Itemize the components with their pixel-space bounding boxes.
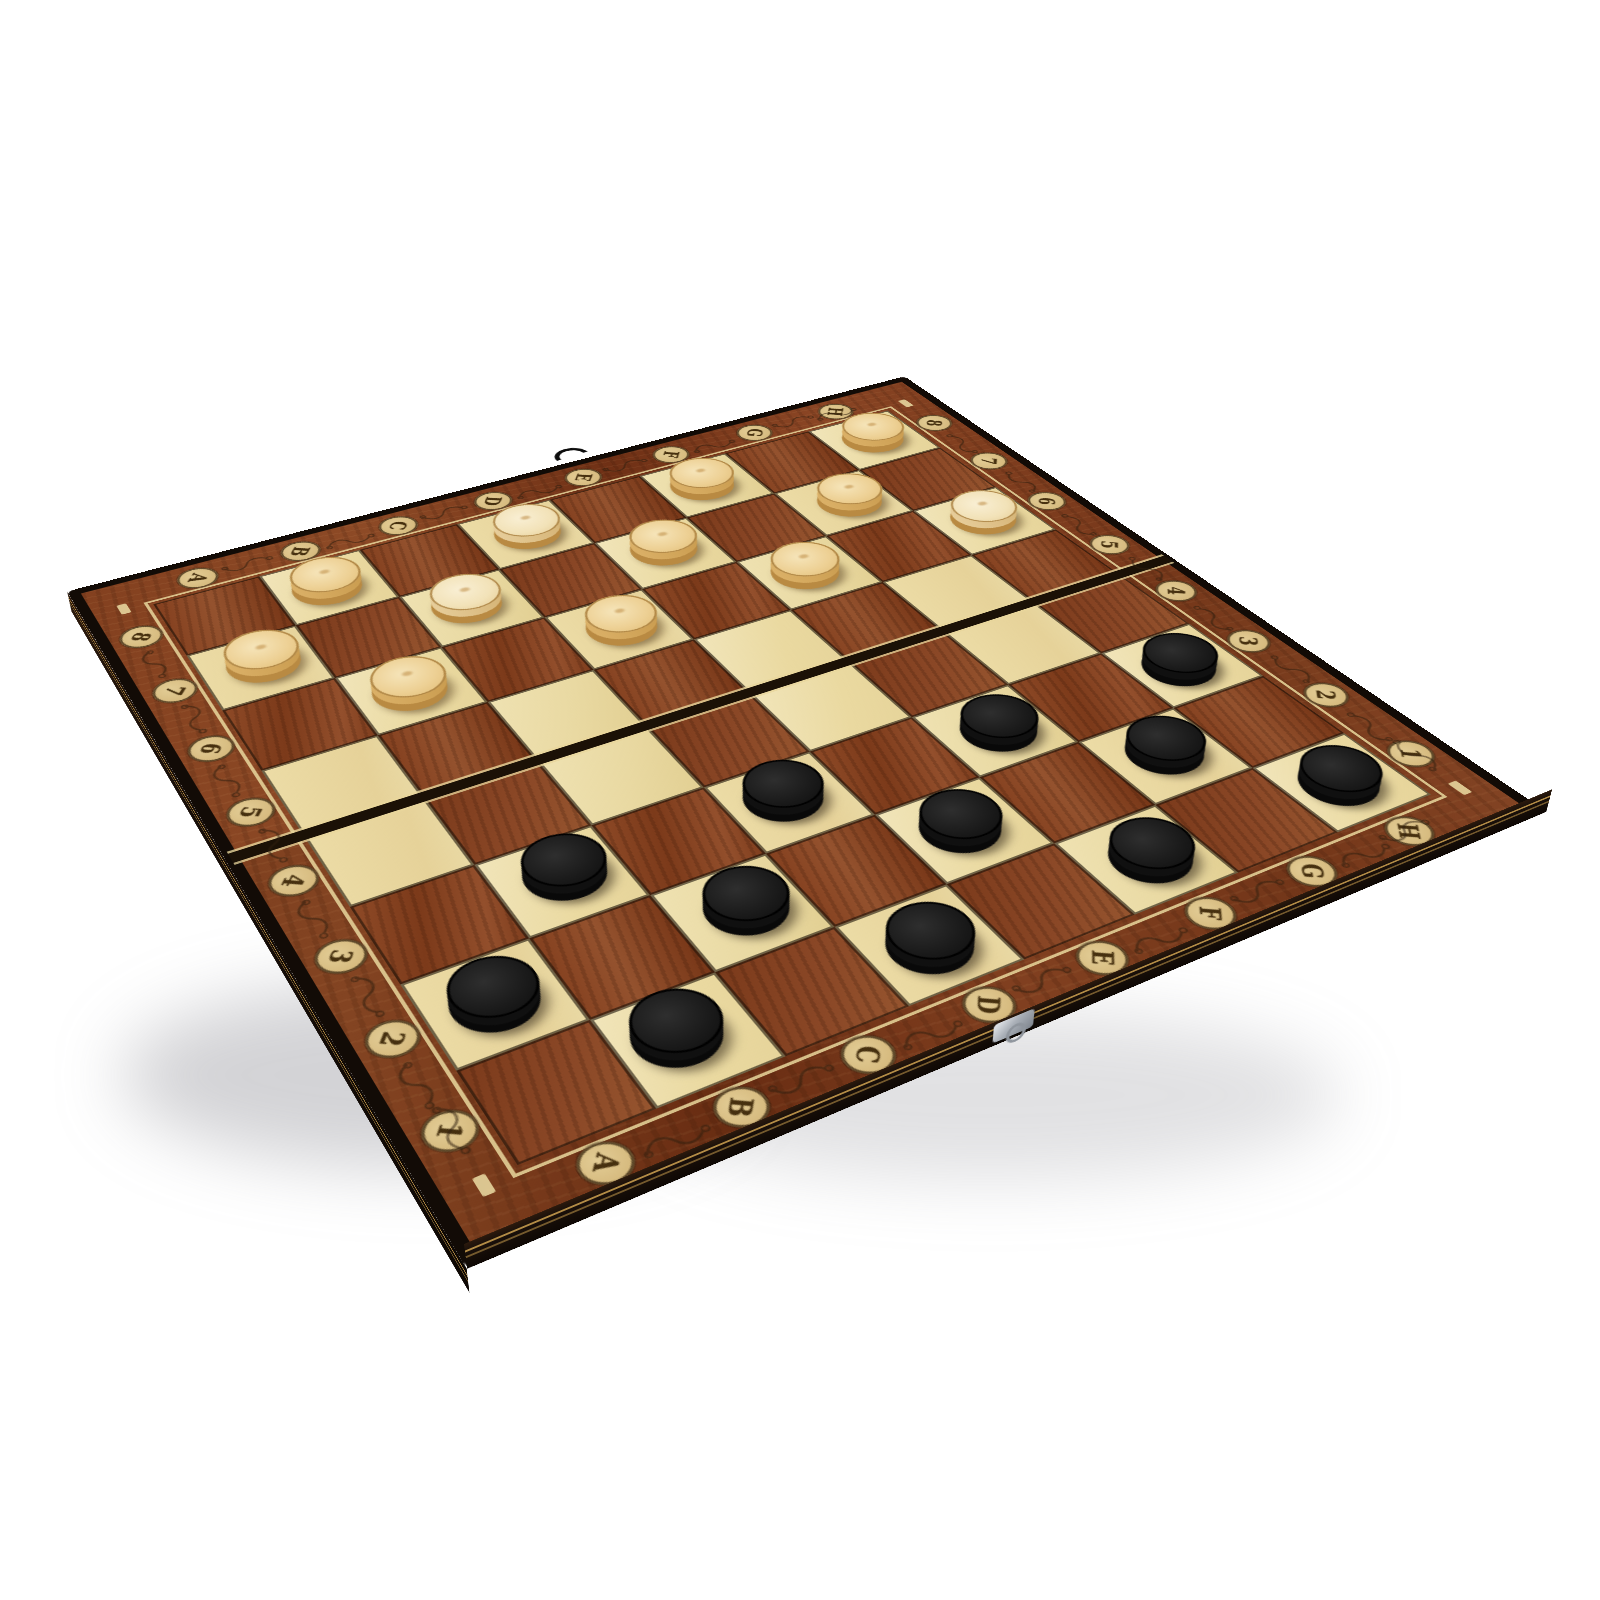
rank-label-right-7-glyph: 7 — [976, 457, 1001, 465]
file-label-top-f-glyph: F — [657, 450, 683, 458]
file-label-top-b-glyph: B — [285, 546, 316, 557]
file-label-top-c-glyph: C — [384, 520, 414, 530]
rank-label-left-7-glyph: 7 — [157, 685, 191, 696]
product-photo-scene: AABBCCDDEEFFGGHH1122334455667788 — [0, 0, 1600, 1600]
rank-label-right-8-glyph: 8 — [922, 419, 946, 426]
file-label-top-g-glyph: G — [742, 428, 768, 437]
rank-label-left-8-glyph: 8 — [124, 632, 157, 643]
rank-label-right-6-glyph: 6 — [1034, 497, 1060, 506]
rank-label-right-5-glyph: 5 — [1096, 540, 1123, 549]
rank-label-left-3-glyph: 3 — [320, 948, 360, 964]
file-label-top-a-glyph: A — [182, 572, 214, 583]
file-label-top-d-glyph: D — [478, 496, 507, 506]
rank-label-right-4-glyph: 4 — [1162, 586, 1190, 596]
file-label-top-e-glyph: E — [570, 473, 597, 482]
file-label-top-h-glyph: H — [823, 407, 848, 416]
rank-label-right-3-glyph: 3 — [1233, 636, 1263, 647]
